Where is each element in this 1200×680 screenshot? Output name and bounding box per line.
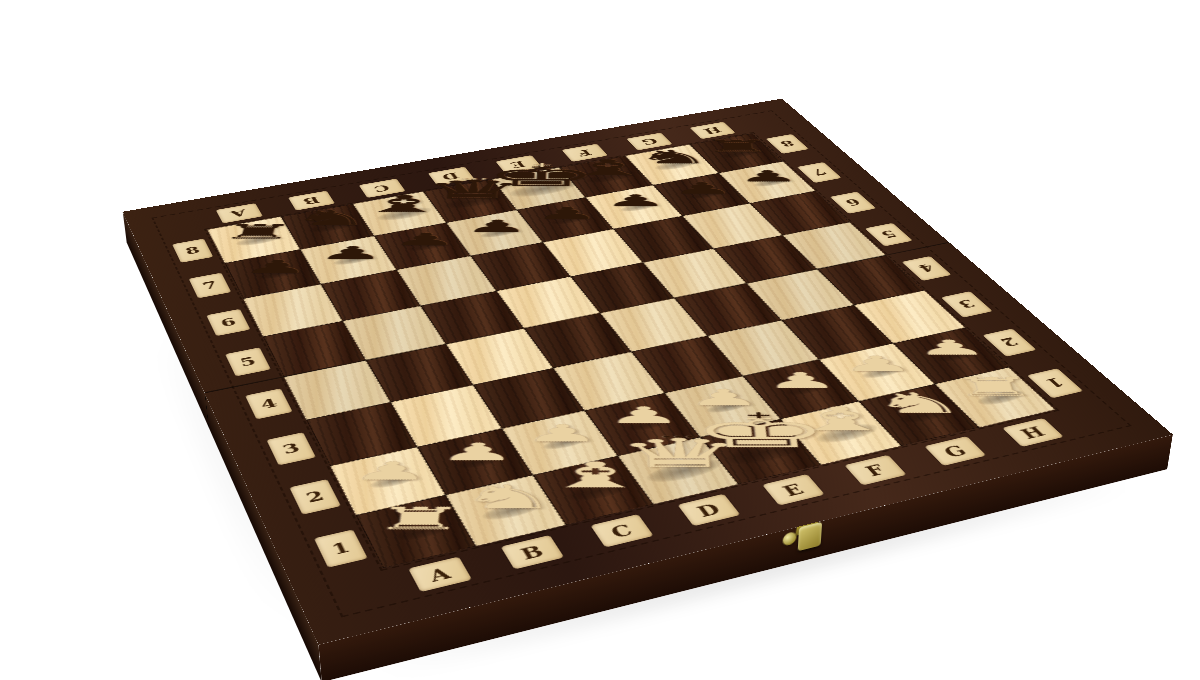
rank-label-left-1-text: 1: [329, 539, 353, 557]
rank-label-left-2-text: 2: [303, 488, 326, 505]
square-c1[interactable]: [533, 456, 654, 525]
file-label-bottom-f-text: F: [862, 462, 888, 478]
rank-label-left-2: 2: [289, 479, 340, 514]
file-label-bottom-b-text: B: [517, 543, 546, 562]
rank-label-left-6: 6: [206, 309, 250, 336]
square-a4[interactable]: [284, 360, 391, 420]
black-pawn-glyph: ♟: [167, 258, 384, 276]
file-label-bottom-c: C: [590, 514, 653, 547]
square-d2[interactable]: [584, 393, 700, 456]
scene: AABBCCDDEEFFGGHH1122334455667788 ♜♞♝♛•••…: [0, 0, 1200, 680]
king-cross-finial: +: [530, 162, 553, 168]
square-c2[interactable]: [502, 411, 618, 476]
file-label-top-h-text: H: [701, 126, 724, 136]
rank-label-right-5-text: 5: [878, 229, 900, 240]
rank-label-left-1: 1: [314, 529, 368, 567]
rank-label-right-4-text: 4: [915, 262, 937, 274]
file-label-bottom-a: A: [408, 557, 472, 592]
photo-stage: AABBCCDDEEFFGGHH1122334455667788 ♜♞♝♛•••…: [0, 0, 1200, 680]
rank-label-left-6-text: 6: [218, 316, 237, 329]
rank-label-left-7: 7: [189, 273, 231, 299]
square-a1[interactable]: [356, 495, 476, 568]
file-label-bottom-a-text: A: [426, 565, 453, 584]
square-d3[interactable]: [553, 352, 664, 411]
clasp-keyhole: [804, 504, 816, 519]
square-f2[interactable]: [743, 359, 859, 419]
square-b3[interactable]: [391, 385, 502, 447]
square-d4[interactable]: [524, 313, 631, 368]
rank-label-left-5-text: 5: [238, 355, 258, 368]
rank-label-left-7-text: 7: [200, 279, 219, 291]
file-label-bottom-h: H: [1002, 418, 1064, 447]
square-a5[interactable]: [263, 321, 366, 377]
rank-label-left-8-text: 8: [183, 245, 201, 256]
square-d1[interactable]: [618, 437, 739, 504]
square-b2[interactable]: [417, 429, 533, 495]
queen-crown-beads: •••: [459, 177, 488, 180]
square-c4[interactable]: [446, 328, 553, 385]
rank-label-left-3: 3: [266, 432, 315, 465]
square-f3[interactable]: [707, 320, 819, 376]
chess-board: AABBCCDDEEFFGGHH1122334455667788 ♜♞♝♛•••…: [123, 99, 1173, 645]
file-label-bottom-d: D: [677, 494, 740, 526]
file-label-bottom-g: G: [924, 436, 986, 466]
square-g1[interactable]: [859, 384, 980, 446]
square-e2[interactable]: [665, 376, 781, 437]
square-c3[interactable]: [473, 368, 584, 428]
square-e1[interactable]: [700, 419, 821, 484]
square-a3[interactable]: [306, 402, 417, 466]
file-label-bottom-h-text: H: [1017, 424, 1048, 440]
square-e3[interactable]: [631, 336, 743, 393]
file-label-bottom-g-text: G: [940, 443, 969, 459]
square-a2[interactable]: [330, 447, 446, 515]
rank-label-right-6-text: 6: [842, 197, 863, 207]
square-h1[interactable]: [935, 367, 1056, 427]
rank-label-right-1-text: 1: [1042, 376, 1067, 390]
square-b5[interactable]: [343, 306, 446, 360]
clasp-screw-right: [822, 506, 834, 519]
square-f1[interactable]: [781, 401, 902, 465]
file-label-bottom-b: B: [500, 535, 564, 569]
file-label-bottom-c-text: C: [608, 522, 636, 540]
rank-label-left-3-text: 3: [280, 441, 302, 456]
rank-label-right-3-text: 3: [955, 298, 978, 310]
clasp-catch: [798, 522, 822, 551]
clasp-screw-left: [782, 531, 796, 547]
rank-label-left-5: 5: [225, 347, 271, 376]
file-label-bottom-e-text: E: [779, 481, 806, 498]
file-label-bottom-f: F: [844, 455, 906, 486]
rank-label-left-4: 4: [245, 388, 292, 419]
rank-label-left-4-text: 4: [258, 396, 279, 410]
pieces-layer: ♜♞♝♛•••♚+♝♞♜♟♟♟♟♟♟♟♟♟♟♟♟♟♟♟♟♜♞♝♛•••♚+♝♞♜: [123, 99, 782, 212]
square-b4[interactable]: [366, 344, 473, 402]
square-b1[interactable]: [446, 475, 567, 546]
clasp: [788, 491, 840, 562]
file-label-bottom-d-text: D: [694, 501, 723, 519]
